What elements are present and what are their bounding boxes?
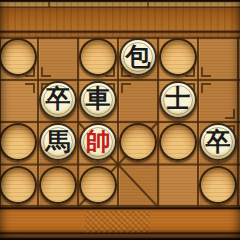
board-cell-r2-c1[interactable]	[0, 80, 38, 123]
piece-glyph: 帥	[81, 124, 115, 158]
board-frame-bottom	[0, 207, 240, 240]
piece-face-down[interactable]	[159, 38, 197, 76]
piece-glyph: 卒	[201, 124, 235, 158]
board-cell-r3-c6[interactable]: 卒	[198, 122, 238, 165]
board-cell-r4-c2[interactable]	[38, 165, 78, 208]
board-cell-r2-c5[interactable]: 士	[158, 80, 198, 123]
board-cell-r1-c2[interactable]	[38, 37, 78, 80]
piece-black-包[interactable]: 包	[119, 38, 157, 76]
board-cell-r4-c5[interactable]	[158, 165, 198, 208]
board-cell-r2-c6[interactable]	[198, 80, 238, 123]
board-cell-r1-c3[interactable]	[78, 37, 118, 80]
piece-face-down[interactable]	[0, 166, 37, 204]
board-cell-r4-c3[interactable]	[78, 165, 118, 208]
board-frame-top	[0, 0, 240, 37]
board-cell-r2-c2[interactable]: 卒	[38, 80, 78, 123]
piece-face-down[interactable]	[0, 123, 37, 161]
piece-black-卒[interactable]: 卒	[199, 123, 237, 161]
board-cell-r1-c1[interactable]	[0, 37, 38, 80]
piece-black-卒[interactable]: 卒	[39, 81, 77, 119]
piece-face-down[interactable]	[159, 123, 197, 161]
board-cell-r4-c4[interactable]	[118, 165, 158, 208]
piece-face-down[interactable]	[79, 166, 117, 204]
piece-glyph: 卒	[41, 82, 75, 116]
board-cell-r3-c1[interactable]	[0, 122, 38, 165]
board-cell-r4-c6[interactable]	[198, 165, 238, 208]
board-cell-r2-c4[interactable]	[118, 80, 158, 123]
board-cell-r3-c2[interactable]: 馬	[38, 122, 78, 165]
piece-face-down[interactable]	[119, 123, 157, 161]
board-cell-r1-c6[interactable]	[198, 37, 238, 80]
piece-glyph: 馬	[41, 124, 75, 158]
board-cell-r3-c3[interactable]: 帥	[78, 122, 118, 165]
piece-face-down[interactable]	[79, 38, 117, 76]
piece-black-車[interactable]: 車	[79, 81, 117, 119]
board-cell-r2-c3[interactable]: 車	[78, 80, 118, 123]
board-cell-r3-c5[interactable]	[158, 122, 198, 165]
piece-face-down[interactable]	[199, 166, 237, 204]
piece-face-down[interactable]	[39, 166, 77, 204]
piece-glyph: 士	[161, 82, 195, 116]
board-cell-r3-c4[interactable]	[118, 122, 158, 165]
piece-red-帥[interactable]: 帥	[79, 123, 117, 161]
board-cell-r1-c4[interactable]: 包	[118, 37, 158, 80]
piece-black-士[interactable]: 士	[159, 81, 197, 119]
piece-black-馬[interactable]: 馬	[39, 123, 77, 161]
piece-glyph: 車	[81, 82, 115, 116]
piece-glyph: 包	[121, 39, 155, 73]
banqi-game-screen: 包卒車士馬帥卒	[0, 0, 240, 240]
board-cell-r1-c5[interactable]	[158, 37, 198, 80]
board-cell-r4-c1[interactable]	[0, 165, 38, 208]
piece-face-down[interactable]	[0, 38, 37, 76]
frame-engraving	[85, 211, 150, 233]
